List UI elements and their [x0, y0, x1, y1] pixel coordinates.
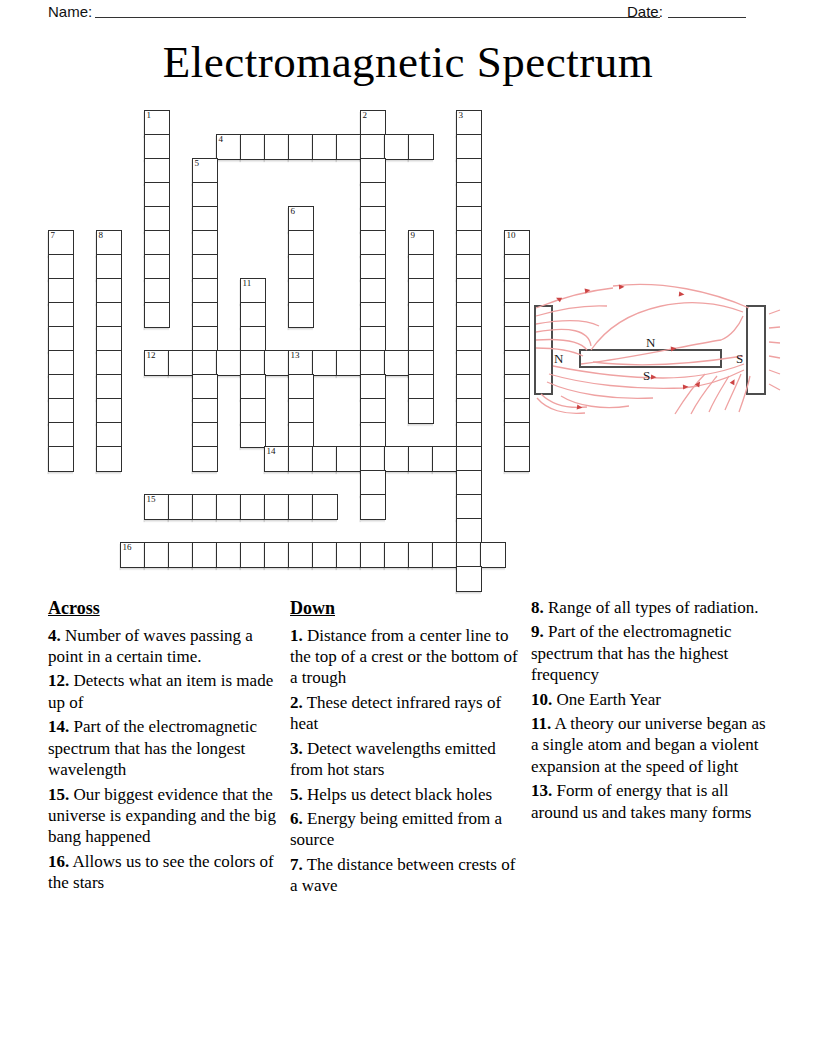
- cell-3-17[interactable]: [456, 182, 482, 208]
- left-pole-label: N: [554, 351, 564, 366]
- cell-6-10[interactable]: [288, 254, 314, 280]
- cell-3-4[interactable]: [144, 182, 170, 208]
- cell-10-4[interactable]: 12: [144, 350, 170, 376]
- cell-8-15[interactable]: [408, 302, 434, 328]
- cell-11-19[interactable]: [504, 374, 530, 400]
- cell-1-10[interactable]: [288, 134, 314, 160]
- cell-10-17[interactable]: [456, 350, 482, 376]
- cell-2-4[interactable]: [144, 158, 170, 184]
- cell-0-4[interactable]: 1: [144, 110, 170, 136]
- bar-bottom-label: S: [643, 368, 650, 383]
- cell-0-17[interactable]: 3: [456, 110, 482, 136]
- cell-11-10[interactable]: [288, 374, 314, 400]
- cell-number-16: 16: [123, 542, 132, 552]
- cell-18-7[interactable]: [216, 542, 242, 568]
- cell-18-15[interactable]: [408, 542, 434, 568]
- cell-number-11: 11: [243, 278, 252, 288]
- cell-18-16[interactable]: [432, 542, 458, 568]
- cell-6-6[interactable]: [192, 254, 218, 280]
- cell-1-8[interactable]: [240, 134, 266, 160]
- cell-7-13[interactable]: [360, 278, 386, 304]
- cell-18-14[interactable]: [384, 542, 410, 568]
- cell-18-4[interactable]: [144, 542, 170, 568]
- clues-across-column: Across 4. Number of waves passing a poin…: [48, 597, 284, 897]
- cell-7-0[interactable]: [48, 278, 74, 304]
- cell-number-4: 4: [219, 134, 224, 144]
- cell-3-6[interactable]: [192, 182, 218, 208]
- name-blank-line: [95, 3, 660, 18]
- cell-12-19[interactable]: [504, 398, 530, 424]
- clue-down-5: 5. Helps us detect black holes: [290, 784, 520, 805]
- cell-11-6[interactable]: [192, 374, 218, 400]
- cell-12-13[interactable]: [360, 398, 386, 424]
- clue-down-11: 11. A theory our universe began as a sin…: [531, 713, 774, 777]
- cell-13-17[interactable]: [456, 422, 482, 448]
- cell-6-13[interactable]: [360, 254, 386, 280]
- cell-10-0[interactable]: [48, 350, 74, 376]
- cell-10-10[interactable]: 13: [288, 350, 314, 376]
- cell-5-6[interactable]: [192, 230, 218, 256]
- cell-1-14[interactable]: [384, 134, 410, 160]
- cell-16-4[interactable]: 15: [144, 494, 170, 520]
- cell-13-13[interactable]: [360, 422, 386, 448]
- cell-13-8[interactable]: [240, 422, 266, 448]
- bar-top-label: N: [646, 335, 656, 350]
- cell-number-8: 8: [99, 230, 104, 240]
- cell-5-0[interactable]: 7: [48, 230, 74, 256]
- cell-12-6[interactable]: [192, 398, 218, 424]
- cell-number-3: 3: [459, 110, 464, 120]
- clue-across-15: 15. Our biggest evidence that the univer…: [48, 784, 284, 848]
- cell-18-9[interactable]: [264, 542, 290, 568]
- clue-number: 10.: [531, 690, 552, 709]
- cell-5-13[interactable]: [360, 230, 386, 256]
- cell-9-6[interactable]: [192, 326, 218, 352]
- cell-number-1: 1: [147, 110, 152, 120]
- cell-number-13: 13: [291, 350, 300, 360]
- clue-number: 9.: [531, 622, 544, 641]
- cell-8-6[interactable]: [192, 302, 218, 328]
- cell-17-17[interactable]: [456, 518, 482, 544]
- cell-1-7[interactable]: 4: [216, 134, 242, 160]
- clue-number: 16.: [48, 852, 69, 871]
- cell-6-4[interactable]: [144, 254, 170, 280]
- cell-4-13[interactable]: [360, 206, 386, 232]
- cell-14-14[interactable]: [384, 446, 410, 472]
- cell-10-6[interactable]: [192, 350, 218, 376]
- header-line: Name: Date:: [48, 3, 768, 23]
- crossword-grid: 12345678910111213141516: [48, 110, 556, 618]
- clue-down-13: 13. Form of energy that is all around us…: [531, 780, 774, 823]
- cell-11-2[interactable]: [96, 374, 122, 400]
- cell-6-2[interactable]: [96, 254, 122, 280]
- clues-down-continued-column: 8. Range of all types of radiation.9. Pa…: [531, 597, 774, 826]
- worksheet-page: { "header": { "name_label": "Name:", "da…: [0, 0, 816, 1056]
- cell-14-17[interactable]: [456, 446, 482, 472]
- cell-8-4[interactable]: [144, 302, 170, 328]
- cell-16-5[interactable]: [168, 494, 194, 520]
- cell-12-17[interactable]: [456, 398, 482, 424]
- cell-14-13[interactable]: [360, 446, 386, 472]
- cell-10-15[interactable]: [408, 350, 434, 376]
- cell-7-15[interactable]: [408, 278, 434, 304]
- cell-11-0[interactable]: [48, 374, 74, 400]
- clue-down-3: 3. Detect wavelengths emitted from hot s…: [290, 738, 520, 781]
- cell-1-12[interactable]: [336, 134, 362, 160]
- cell-18-12[interactable]: [336, 542, 362, 568]
- cell-9-0[interactable]: [48, 326, 74, 352]
- clue-down-7: 7. The distance between crests of a wave: [290, 854, 520, 897]
- cell-18-17[interactable]: [456, 542, 482, 568]
- cell-number-7: 7: [51, 230, 56, 240]
- clues-down-column: Down 1. Distance from a center line to t…: [290, 597, 520, 900]
- cell-number-14: 14: [267, 446, 276, 456]
- cell-16-9[interactable]: [264, 494, 290, 520]
- cell-13-6[interactable]: [192, 422, 218, 448]
- cell-14-11[interactable]: [312, 446, 338, 472]
- down-heading: Down: [290, 597, 520, 620]
- clue-number: 7.: [290, 855, 303, 874]
- cell-16-17[interactable]: [456, 494, 482, 520]
- clue-down-9: 9. Part of the electromagnetic spectrum …: [531, 621, 774, 685]
- cell-14-0[interactable]: [48, 446, 74, 472]
- cell-12-8[interactable]: [240, 398, 266, 424]
- cell-10-14[interactable]: [384, 350, 410, 376]
- cell-13-19[interactable]: [504, 422, 530, 448]
- cell-14-12[interactable]: [336, 446, 362, 472]
- cell-18-13[interactable]: [360, 542, 386, 568]
- cell-6-15[interactable]: [408, 254, 434, 280]
- cell-6-17[interactable]: [456, 254, 482, 280]
- cell-16-6[interactable]: [192, 494, 218, 520]
- cell-7-17[interactable]: [456, 278, 482, 304]
- cell-7-10[interactable]: [288, 278, 314, 304]
- date-label: Date:: [627, 3, 663, 20]
- cell-11-8[interactable]: [240, 374, 266, 400]
- cell-12-2[interactable]: [96, 398, 122, 424]
- cell-8-13[interactable]: [360, 302, 386, 328]
- cell-1-4[interactable]: [144, 134, 170, 160]
- cell-15-17[interactable]: [456, 470, 482, 496]
- cell-18-3[interactable]: 16: [120, 542, 146, 568]
- cell-10-2[interactable]: [96, 350, 122, 376]
- cell-12-10[interactable]: [288, 398, 314, 424]
- cell-9-13[interactable]: [360, 326, 386, 352]
- cell-8-0[interactable]: [48, 302, 74, 328]
- cell-5-4[interactable]: [144, 230, 170, 256]
- cell-7-4[interactable]: [144, 278, 170, 304]
- cell-9-15[interactable]: [408, 326, 434, 352]
- cell-18-6[interactable]: [192, 542, 218, 568]
- cell-14-15[interactable]: [408, 446, 434, 472]
- cell-8-10[interactable]: [288, 302, 314, 328]
- cell-0-13[interactable]: 2: [360, 110, 386, 136]
- cell-18-8[interactable]: [240, 542, 266, 568]
- clue-across-12: 12. Detects what an item is made up of: [48, 670, 284, 713]
- cell-5-2[interactable]: 8: [96, 230, 122, 256]
- cell-2-17[interactable]: [456, 158, 482, 184]
- cell-14-2[interactable]: [96, 446, 122, 472]
- cell-8-2[interactable]: [96, 302, 122, 328]
- cell-15-13[interactable]: [360, 470, 386, 496]
- cell-14-19[interactable]: [504, 446, 530, 472]
- cell-14-10[interactable]: [288, 446, 314, 472]
- right-pole-label: S: [736, 351, 743, 366]
- cell-5-15[interactable]: 9: [408, 230, 434, 256]
- cell-19-17[interactable]: [456, 566, 482, 592]
- cell-4-10[interactable]: 6: [288, 206, 314, 232]
- magnet-field-diagram: N N S S: [533, 276, 781, 418]
- cell-7-2[interactable]: [96, 278, 122, 304]
- cell-5-10[interactable]: [288, 230, 314, 256]
- cell-16-13[interactable]: [360, 494, 386, 520]
- cell-16-11[interactable]: [312, 494, 338, 520]
- clue-number: 2.: [290, 693, 303, 712]
- clue-down-8: 8. Range of all types of radiation.: [531, 597, 774, 618]
- date-blank-line: [668, 3, 746, 18]
- cell-10-12[interactable]: [336, 350, 362, 376]
- cell-6-19[interactable]: [504, 254, 530, 280]
- name-label: Name:: [48, 3, 92, 20]
- cell-number-12: 12: [147, 350, 156, 360]
- cell-12-15[interactable]: [408, 398, 434, 424]
- clue-number: 13.: [531, 781, 552, 800]
- clue-number: 1.: [290, 626, 303, 645]
- cell-2-6[interactable]: 5: [192, 158, 218, 184]
- across-heading: Across: [48, 597, 284, 620]
- cell-1-13[interactable]: [360, 134, 386, 160]
- cell-1-9[interactable]: [264, 134, 290, 160]
- cell-18-10[interactable]: [288, 542, 314, 568]
- cell-13-10[interactable]: [288, 422, 314, 448]
- cell-11-13[interactable]: [360, 374, 386, 400]
- cell-4-17[interactable]: [456, 206, 482, 232]
- cell-1-15[interactable]: [408, 134, 434, 160]
- clue-down-10: 10. One Earth Year: [531, 689, 774, 710]
- cell-18-5[interactable]: [168, 542, 194, 568]
- clue-across-4: 4. Number of waves passing a point in a …: [48, 625, 284, 668]
- cell-10-8[interactable]: [240, 350, 266, 376]
- cell-16-7[interactable]: [216, 494, 242, 520]
- cell-7-8[interactable]: 11: [240, 278, 266, 304]
- cell-18-11[interactable]: [312, 542, 338, 568]
- clue-across-14: 14. Part of the electromagnetic spectrum…: [48, 716, 284, 780]
- cell-number-10: 10: [507, 230, 516, 240]
- cell-number-15: 15: [147, 494, 156, 504]
- clue-across-16: 16. Allows us to see the colors of the s…: [48, 851, 284, 894]
- cell-9-17[interactable]: [456, 326, 482, 352]
- cell-7-6[interactable]: [192, 278, 218, 304]
- cell-13-2[interactable]: [96, 422, 122, 448]
- cell-14-9[interactable]: 14: [264, 446, 290, 472]
- clue-number: 5.: [290, 785, 303, 804]
- cell-7-19[interactable]: [504, 278, 530, 304]
- cell-10-19[interactable]: [504, 350, 530, 376]
- cell-10-5[interactable]: [168, 350, 194, 376]
- cell-number-6: 6: [291, 206, 296, 216]
- cell-number-5: 5: [195, 158, 200, 168]
- cell-8-17[interactable]: [456, 302, 482, 328]
- clue-number: 4.: [48, 626, 61, 645]
- cell-16-10[interactable]: [288, 494, 314, 520]
- cell-12-0[interactable]: [48, 398, 74, 424]
- clue-down-1: 1. Distance from a center line to the to…: [290, 625, 520, 689]
- cell-8-19[interactable]: [504, 302, 530, 328]
- cell-5-17[interactable]: [456, 230, 482, 256]
- cell-8-8[interactable]: [240, 302, 266, 328]
- cell-4-4[interactable]: [144, 206, 170, 232]
- clue-down-6: 6. Energy being emitted from a source: [290, 808, 520, 851]
- cell-14-6[interactable]: [192, 446, 218, 472]
- cell-11-17[interactable]: [456, 374, 482, 400]
- cell-14-16[interactable]: [432, 446, 458, 472]
- cell-number-2: 2: [363, 110, 368, 120]
- cell-2-13[interactable]: [360, 158, 386, 184]
- cell-9-2[interactable]: [96, 326, 122, 352]
- cell-1-17[interactable]: [456, 134, 482, 160]
- cell-13-0[interactable]: [48, 422, 74, 448]
- cell-9-8[interactable]: [240, 326, 266, 352]
- cell-10-9[interactable]: [264, 350, 290, 376]
- cell-10-11[interactable]: [312, 350, 338, 376]
- clue-number: 8.: [531, 598, 544, 617]
- clue-number: 12.: [48, 671, 69, 690]
- cell-18-18[interactable]: [480, 542, 506, 568]
- cell-4-6[interactable]: [192, 206, 218, 232]
- cell-10-7[interactable]: [216, 350, 242, 376]
- clue-number: 14.: [48, 717, 69, 736]
- cell-10-13[interactable]: [360, 350, 386, 376]
- page-title: Electromagnetic Spectrum: [0, 36, 816, 88]
- cell-number-9: 9: [411, 230, 416, 240]
- cell-9-19[interactable]: [504, 326, 530, 352]
- cell-3-13[interactable]: [360, 182, 386, 208]
- cell-6-0[interactable]: [48, 254, 74, 280]
- cell-1-11[interactable]: [312, 134, 338, 160]
- clue-number: 6.: [290, 809, 303, 828]
- clue-number: 3.: [290, 739, 303, 758]
- clue-number: 15.: [48, 785, 69, 804]
- clue-down-2: 2. These detect infrared rays of heat: [290, 692, 520, 735]
- cell-11-15[interactable]: [408, 374, 434, 400]
- clue-number: 11.: [531, 714, 551, 733]
- cell-5-19[interactable]: 10: [504, 230, 530, 256]
- cell-16-8[interactable]: [240, 494, 266, 520]
